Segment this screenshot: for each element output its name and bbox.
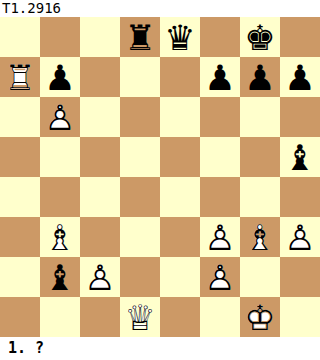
white-king-outline-icon: ♔ bbox=[240, 297, 280, 337]
square-g7[interactable]: ♟ bbox=[240, 57, 280, 97]
square-e7[interactable] bbox=[160, 57, 200, 97]
piece-white-pawn[interactable]: ♟♙ bbox=[200, 257, 240, 297]
white-bishop-outline-icon: ♗ bbox=[40, 217, 80, 257]
square-g3[interactable]: ♝♗ bbox=[240, 217, 280, 257]
square-g1[interactable]: ♚♔ bbox=[240, 297, 280, 337]
square-g6[interactable] bbox=[240, 97, 280, 137]
black-king-icon: ♚ bbox=[240, 17, 280, 57]
square-b2[interactable]: ♝ bbox=[40, 257, 80, 297]
square-f8[interactable] bbox=[200, 17, 240, 57]
square-a4[interactable] bbox=[0, 177, 40, 217]
white-pawn-outline-icon: ♙ bbox=[40, 97, 80, 137]
square-b1[interactable] bbox=[40, 297, 80, 337]
piece-black-pawn[interactable]: ♟ bbox=[280, 57, 320, 97]
square-h2[interactable] bbox=[280, 257, 320, 297]
piece-black-bishop[interactable]: ♝ bbox=[280, 137, 320, 177]
square-f2[interactable]: ♟♙ bbox=[200, 257, 240, 297]
white-pawn-outline-icon: ♙ bbox=[80, 257, 120, 297]
piece-white-queen[interactable]: ♛♕ bbox=[120, 297, 160, 337]
chess-board: ♜♛♚♜♖♟♟♟♟♟♙♝♝♗♟♙♝♗♟♙♝♟♙♟♙♛♕♚♔ bbox=[0, 17, 320, 337]
square-d2[interactable] bbox=[120, 257, 160, 297]
square-c6[interactable] bbox=[80, 97, 120, 137]
square-h6[interactable] bbox=[280, 97, 320, 137]
square-b4[interactable] bbox=[40, 177, 80, 217]
black-rook-icon: ♜ bbox=[120, 17, 160, 57]
white-queen-outline-icon: ♕ bbox=[120, 297, 160, 337]
piece-black-bishop[interactable]: ♝ bbox=[40, 257, 80, 297]
square-c5[interactable] bbox=[80, 137, 120, 177]
square-b6[interactable]: ♟♙ bbox=[40, 97, 80, 137]
white-pawn-outline-icon: ♙ bbox=[280, 217, 320, 257]
square-e6[interactable] bbox=[160, 97, 200, 137]
square-b5[interactable] bbox=[40, 137, 80, 177]
black-pawn-icon: ♟ bbox=[40, 57, 80, 97]
square-d1[interactable]: ♛♕ bbox=[120, 297, 160, 337]
piece-black-king[interactable]: ♚ bbox=[240, 17, 280, 57]
square-h8[interactable] bbox=[280, 17, 320, 57]
square-a5[interactable] bbox=[0, 137, 40, 177]
square-f7[interactable]: ♟ bbox=[200, 57, 240, 97]
square-d4[interactable] bbox=[120, 177, 160, 217]
square-b7[interactable]: ♟ bbox=[40, 57, 80, 97]
square-b3[interactable]: ♝♗ bbox=[40, 217, 80, 257]
square-e3[interactable] bbox=[160, 217, 200, 257]
puzzle-id-label: T1.2916 bbox=[0, 0, 320, 17]
square-a8[interactable] bbox=[0, 17, 40, 57]
square-h3[interactable]: ♟♙ bbox=[280, 217, 320, 257]
piece-white-pawn[interactable]: ♟♙ bbox=[40, 97, 80, 137]
square-h7[interactable]: ♟ bbox=[280, 57, 320, 97]
square-e5[interactable] bbox=[160, 137, 200, 177]
square-a6[interactable] bbox=[0, 97, 40, 137]
square-c3[interactable] bbox=[80, 217, 120, 257]
piece-black-pawn[interactable]: ♟ bbox=[240, 57, 280, 97]
piece-white-bishop[interactable]: ♝♗ bbox=[40, 217, 80, 257]
square-h1[interactable] bbox=[280, 297, 320, 337]
square-a2[interactable] bbox=[0, 257, 40, 297]
piece-white-king[interactable]: ♚♔ bbox=[240, 297, 280, 337]
square-a7[interactable]: ♜♖ bbox=[0, 57, 40, 97]
square-f6[interactable] bbox=[200, 97, 240, 137]
black-bishop-icon: ♝ bbox=[40, 257, 80, 297]
piece-black-rook[interactable]: ♜ bbox=[120, 17, 160, 57]
white-pawn-outline-icon: ♙ bbox=[200, 257, 240, 297]
square-a1[interactable] bbox=[0, 297, 40, 337]
square-f5[interactable] bbox=[200, 137, 240, 177]
square-c8[interactable] bbox=[80, 17, 120, 57]
piece-white-pawn[interactable]: ♟♙ bbox=[200, 217, 240, 257]
square-d6[interactable] bbox=[120, 97, 160, 137]
square-f1[interactable] bbox=[200, 297, 240, 337]
square-d7[interactable] bbox=[120, 57, 160, 97]
square-c2[interactable]: ♟♙ bbox=[80, 257, 120, 297]
square-f4[interactable] bbox=[200, 177, 240, 217]
piece-black-pawn[interactable]: ♟ bbox=[40, 57, 80, 97]
black-bishop-icon: ♝ bbox=[280, 137, 320, 177]
piece-white-pawn[interactable]: ♟♙ bbox=[280, 217, 320, 257]
square-c7[interactable] bbox=[80, 57, 120, 97]
square-h5[interactable]: ♝ bbox=[280, 137, 320, 177]
black-queen-icon: ♛ bbox=[160, 17, 200, 57]
square-f3[interactable]: ♟♙ bbox=[200, 217, 240, 257]
square-d8[interactable]: ♜ bbox=[120, 17, 160, 57]
white-rook-outline-icon: ♖ bbox=[0, 57, 40, 97]
square-e1[interactable] bbox=[160, 297, 200, 337]
piece-white-pawn[interactable]: ♟♙ bbox=[80, 257, 120, 297]
piece-black-pawn[interactable]: ♟ bbox=[200, 57, 240, 97]
square-b8[interactable] bbox=[40, 17, 80, 57]
black-pawn-icon: ♟ bbox=[240, 57, 280, 97]
black-pawn-icon: ♟ bbox=[200, 57, 240, 97]
square-h4[interactable] bbox=[280, 177, 320, 217]
square-a3[interactable] bbox=[0, 217, 40, 257]
square-g8[interactable]: ♚ bbox=[240, 17, 280, 57]
square-g5[interactable] bbox=[240, 137, 280, 177]
square-g2[interactable] bbox=[240, 257, 280, 297]
square-g4[interactable] bbox=[240, 177, 280, 217]
piece-white-bishop[interactable]: ♝♗ bbox=[240, 217, 280, 257]
square-e4[interactable] bbox=[160, 177, 200, 217]
square-d3[interactable] bbox=[120, 217, 160, 257]
square-e2[interactable] bbox=[160, 257, 200, 297]
move-prompt: 1. ? bbox=[0, 337, 320, 360]
white-bishop-outline-icon: ♗ bbox=[240, 217, 280, 257]
square-c1[interactable] bbox=[80, 297, 120, 337]
square-c4[interactable] bbox=[80, 177, 120, 217]
piece-white-rook[interactable]: ♜♖ bbox=[0, 57, 40, 97]
white-pawn-outline-icon: ♙ bbox=[200, 217, 240, 257]
piece-black-queen[interactable]: ♛ bbox=[160, 17, 200, 57]
black-pawn-icon: ♟ bbox=[280, 57, 320, 97]
square-e8[interactable]: ♛ bbox=[160, 17, 200, 57]
square-d5[interactable] bbox=[120, 137, 160, 177]
